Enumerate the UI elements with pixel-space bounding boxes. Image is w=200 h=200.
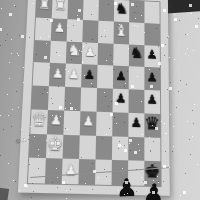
- square-h5: ♟: [144, 67, 160, 90]
- black-knight: ♞: [130, 46, 144, 62]
- square-c7: [67, 19, 83, 42]
- square-b3: ♟: [47, 110, 64, 135]
- black-pawn: ♟: [115, 92, 127, 105]
- chess-board-frame: ♜♜♞♟♝♞♟♞♟♟♟♟♟♟♟♟♛♟♟♟♛♚♟♚: [18, 0, 170, 196]
- square-b4: [48, 86, 65, 110]
- square-a4: [32, 86, 50, 110]
- square-g4: [128, 89, 144, 113]
- square-b8: ♜: [52, 0, 69, 19]
- square-h4: ♟: [144, 90, 160, 114]
- square-g6: ♞: [129, 44, 144, 67]
- square-h6: ♟: [144, 45, 160, 68]
- chess-board: ♜♜♞♟♝♞♟♞♟♟♟♟♟♟♟♟♛♟♟♟♛♚♟♚: [27, 0, 162, 187]
- square-c8: [68, 0, 84, 20]
- square-e2: [96, 135, 113, 160]
- white-bishop: ♝: [114, 23, 129, 39]
- white-king: ♚: [46, 135, 63, 154]
- square-d6: ♟: [82, 42, 98, 65]
- square-e6: [98, 43, 114, 66]
- square-c1: ♟: [62, 159, 79, 184]
- black-knight: ♞: [115, 1, 129, 16]
- square-a5: [33, 62, 50, 86]
- square-e4: [97, 88, 113, 112]
- square-d3: ♟: [80, 111, 97, 135]
- black-queen: ♛: [144, 114, 160, 132]
- square-g5: [129, 66, 145, 89]
- square-e5: [97, 65, 113, 89]
- black-pawn: ♟: [146, 70, 157, 83]
- square-c6: ♞: [66, 41, 82, 64]
- black-pawn: ♟: [130, 116, 142, 129]
- square-a1: [28, 158, 46, 184]
- square-g3: ♟: [128, 113, 144, 137]
- square-f8: ♞: [114, 0, 129, 22]
- photo-of-chess-game: ♜♜♞♟♝♞♟♞♟♟♟♟♟♟♟♟♛♟♟♟♛♚♟♚ ❊∴ ♟ ♟: [0, 0, 200, 200]
- black-pawn: ♟: [146, 48, 157, 61]
- square-d5: ♟: [81, 64, 97, 88]
- dark-corner-shadow: [0, 187, 9, 200]
- square-e3: [96, 111, 112, 135]
- square-f2: [112, 136, 128, 161]
- square-h7: [144, 23, 159, 46]
- square-h8: [144, 1, 159, 23]
- square-f5: ♟: [113, 66, 129, 90]
- square-f3: [112, 112, 128, 136]
- square-a8: ♜: [36, 0, 53, 18]
- square-b5: ♟: [49, 63, 66, 87]
- square-a7: [35, 17, 52, 40]
- black-pawn: ♟: [84, 68, 96, 81]
- black-pawn: ♟: [146, 93, 157, 106]
- square-d2: [79, 135, 96, 160]
- captured-black-pawn: ♟: [116, 176, 138, 200]
- square-h2: [144, 137, 160, 162]
- square-g7: [129, 22, 144, 45]
- white-pawn: ♟: [82, 114, 94, 127]
- square-b1: [45, 158, 63, 183]
- square-c5: ♟: [65, 64, 82, 88]
- board-maker-stamp: ❊∴: [11, 136, 35, 162]
- square-g2: [128, 136, 144, 161]
- white-rook: ♜: [53, 0, 67, 13]
- white-knight: ♞: [67, 43, 82, 59]
- square-b6: [50, 40, 67, 63]
- square-f4: ♟: [113, 89, 129, 113]
- captured-black-pawn: ♟: [142, 180, 165, 200]
- square-b7: ♟: [51, 18, 68, 41]
- white-pawn: ♟: [50, 113, 62, 127]
- white-pawn: ♟: [84, 45, 96, 58]
- white-queen: ♛: [31, 110, 48, 129]
- white-pawn: ♟: [53, 21, 65, 34]
- square-d7: [83, 20, 99, 43]
- square-c4: [65, 87, 82, 111]
- white-pawn: ♟: [68, 67, 80, 80]
- black-pawn: ♟: [115, 69, 127, 82]
- square-c3: [64, 110, 81, 135]
- square-h3: ♛: [144, 113, 160, 137]
- square-a3: ♛: [30, 109, 48, 134]
- square-b2: ♚: [46, 134, 64, 159]
- square-d8: [83, 0, 99, 20]
- square-f7: ♝: [114, 21, 130, 44]
- white-rook: ♜: [38, 0, 52, 12]
- square-d4: [81, 87, 98, 111]
- white-pawn: ♟: [52, 66, 64, 79]
- square-g8: [129, 0, 144, 22]
- square-e7: [98, 20, 114, 43]
- square-e8: [99, 0, 115, 21]
- square-f6: [113, 43, 129, 66]
- film-grain-dark: [0, 0, 1, 1]
- square-c2: [63, 134, 80, 159]
- square-a6: [34, 40, 51, 63]
